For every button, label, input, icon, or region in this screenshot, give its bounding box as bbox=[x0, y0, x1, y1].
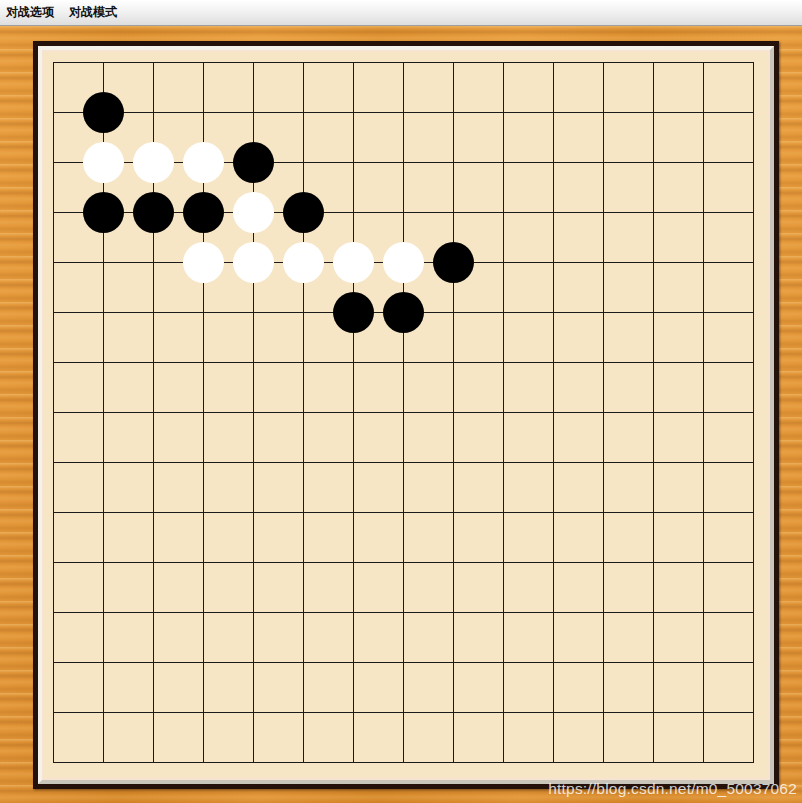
stone-black bbox=[83, 92, 124, 133]
stone-white bbox=[333, 242, 374, 283]
board-grid[interactable] bbox=[53, 62, 754, 763]
stone-white bbox=[133, 142, 174, 183]
stone-white bbox=[283, 242, 324, 283]
watermark-url: https://blog.csdn.net/m0_50037062 bbox=[548, 780, 797, 798]
stone-black bbox=[333, 292, 374, 333]
stone-white bbox=[233, 242, 274, 283]
stone-black bbox=[133, 192, 174, 233]
stone-black bbox=[433, 242, 474, 283]
stone-white bbox=[83, 142, 124, 183]
menu-item-battle-mode[interactable]: 对战模式 bbox=[66, 0, 120, 25]
stone-white bbox=[233, 192, 274, 233]
stone-white bbox=[183, 242, 224, 283]
stone-black bbox=[233, 142, 274, 183]
menu-bar: 对战选项 对战模式 bbox=[0, 0, 802, 26]
stone-white bbox=[383, 242, 424, 283]
stone-black bbox=[383, 292, 424, 333]
stone-black bbox=[83, 192, 124, 233]
stone-white bbox=[183, 142, 224, 183]
menu-item-battle-options[interactable]: 对战选项 bbox=[3, 0, 57, 25]
stone-black bbox=[183, 192, 224, 233]
stone-black bbox=[283, 192, 324, 233]
